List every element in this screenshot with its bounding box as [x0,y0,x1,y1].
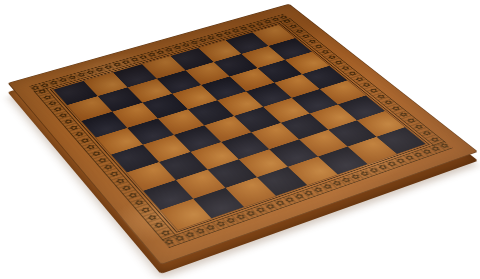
chess-board: ✿✿✿✿✿✿✿✿✿✿✿✿✿✿✿✿✿✿✿✿✿✿✿✿✿✿✿✿✿✿✿✿✿✿✿✿✿✿✿✿… [8,4,479,265]
scene: ✿✿✿✿✿✿✿✿✿✿✿✿✿✿✿✿✿✿✿✿✿✿✿✿✿✿✿✿✿✿✿✿✿✿✿✿✿✿✿✿… [0,0,480,279]
